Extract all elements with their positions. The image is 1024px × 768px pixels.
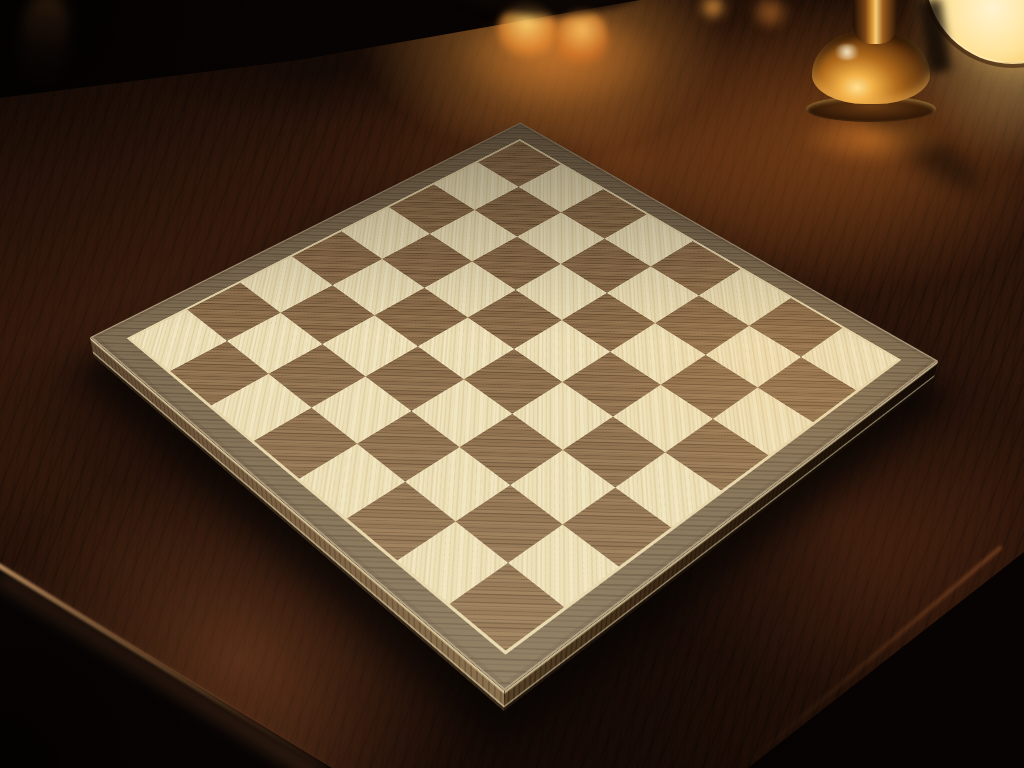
board-square (563, 416, 666, 487)
board-square (170, 341, 268, 405)
board-square (758, 357, 856, 422)
board-square (412, 379, 512, 447)
board-square (512, 382, 612, 450)
lamp-specular-highlight (833, 44, 861, 60)
board-square (666, 419, 769, 490)
board-square (455, 485, 563, 564)
board-square (713, 387, 813, 455)
board-square (254, 408, 357, 479)
scene (0, 0, 1024, 768)
chess-board (90, 122, 938, 691)
board-square (211, 374, 311, 441)
board-square (268, 344, 366, 408)
board-square (508, 524, 619, 607)
board-square (347, 482, 455, 560)
board-square (450, 563, 564, 650)
board-square (613, 385, 713, 453)
board-square (397, 521, 508, 604)
board-square (460, 414, 563, 485)
board-square (357, 411, 460, 482)
lamp-stem (853, 0, 897, 44)
board-square (311, 376, 411, 443)
board-square (563, 488, 671, 567)
board-square (366, 346, 464, 410)
board-square (464, 349, 562, 414)
board-square (562, 352, 660, 417)
board-square (405, 447, 510, 522)
board-square (299, 444, 404, 518)
board-square (616, 452, 721, 527)
board-square (510, 450, 615, 525)
board-square (660, 354, 758, 419)
